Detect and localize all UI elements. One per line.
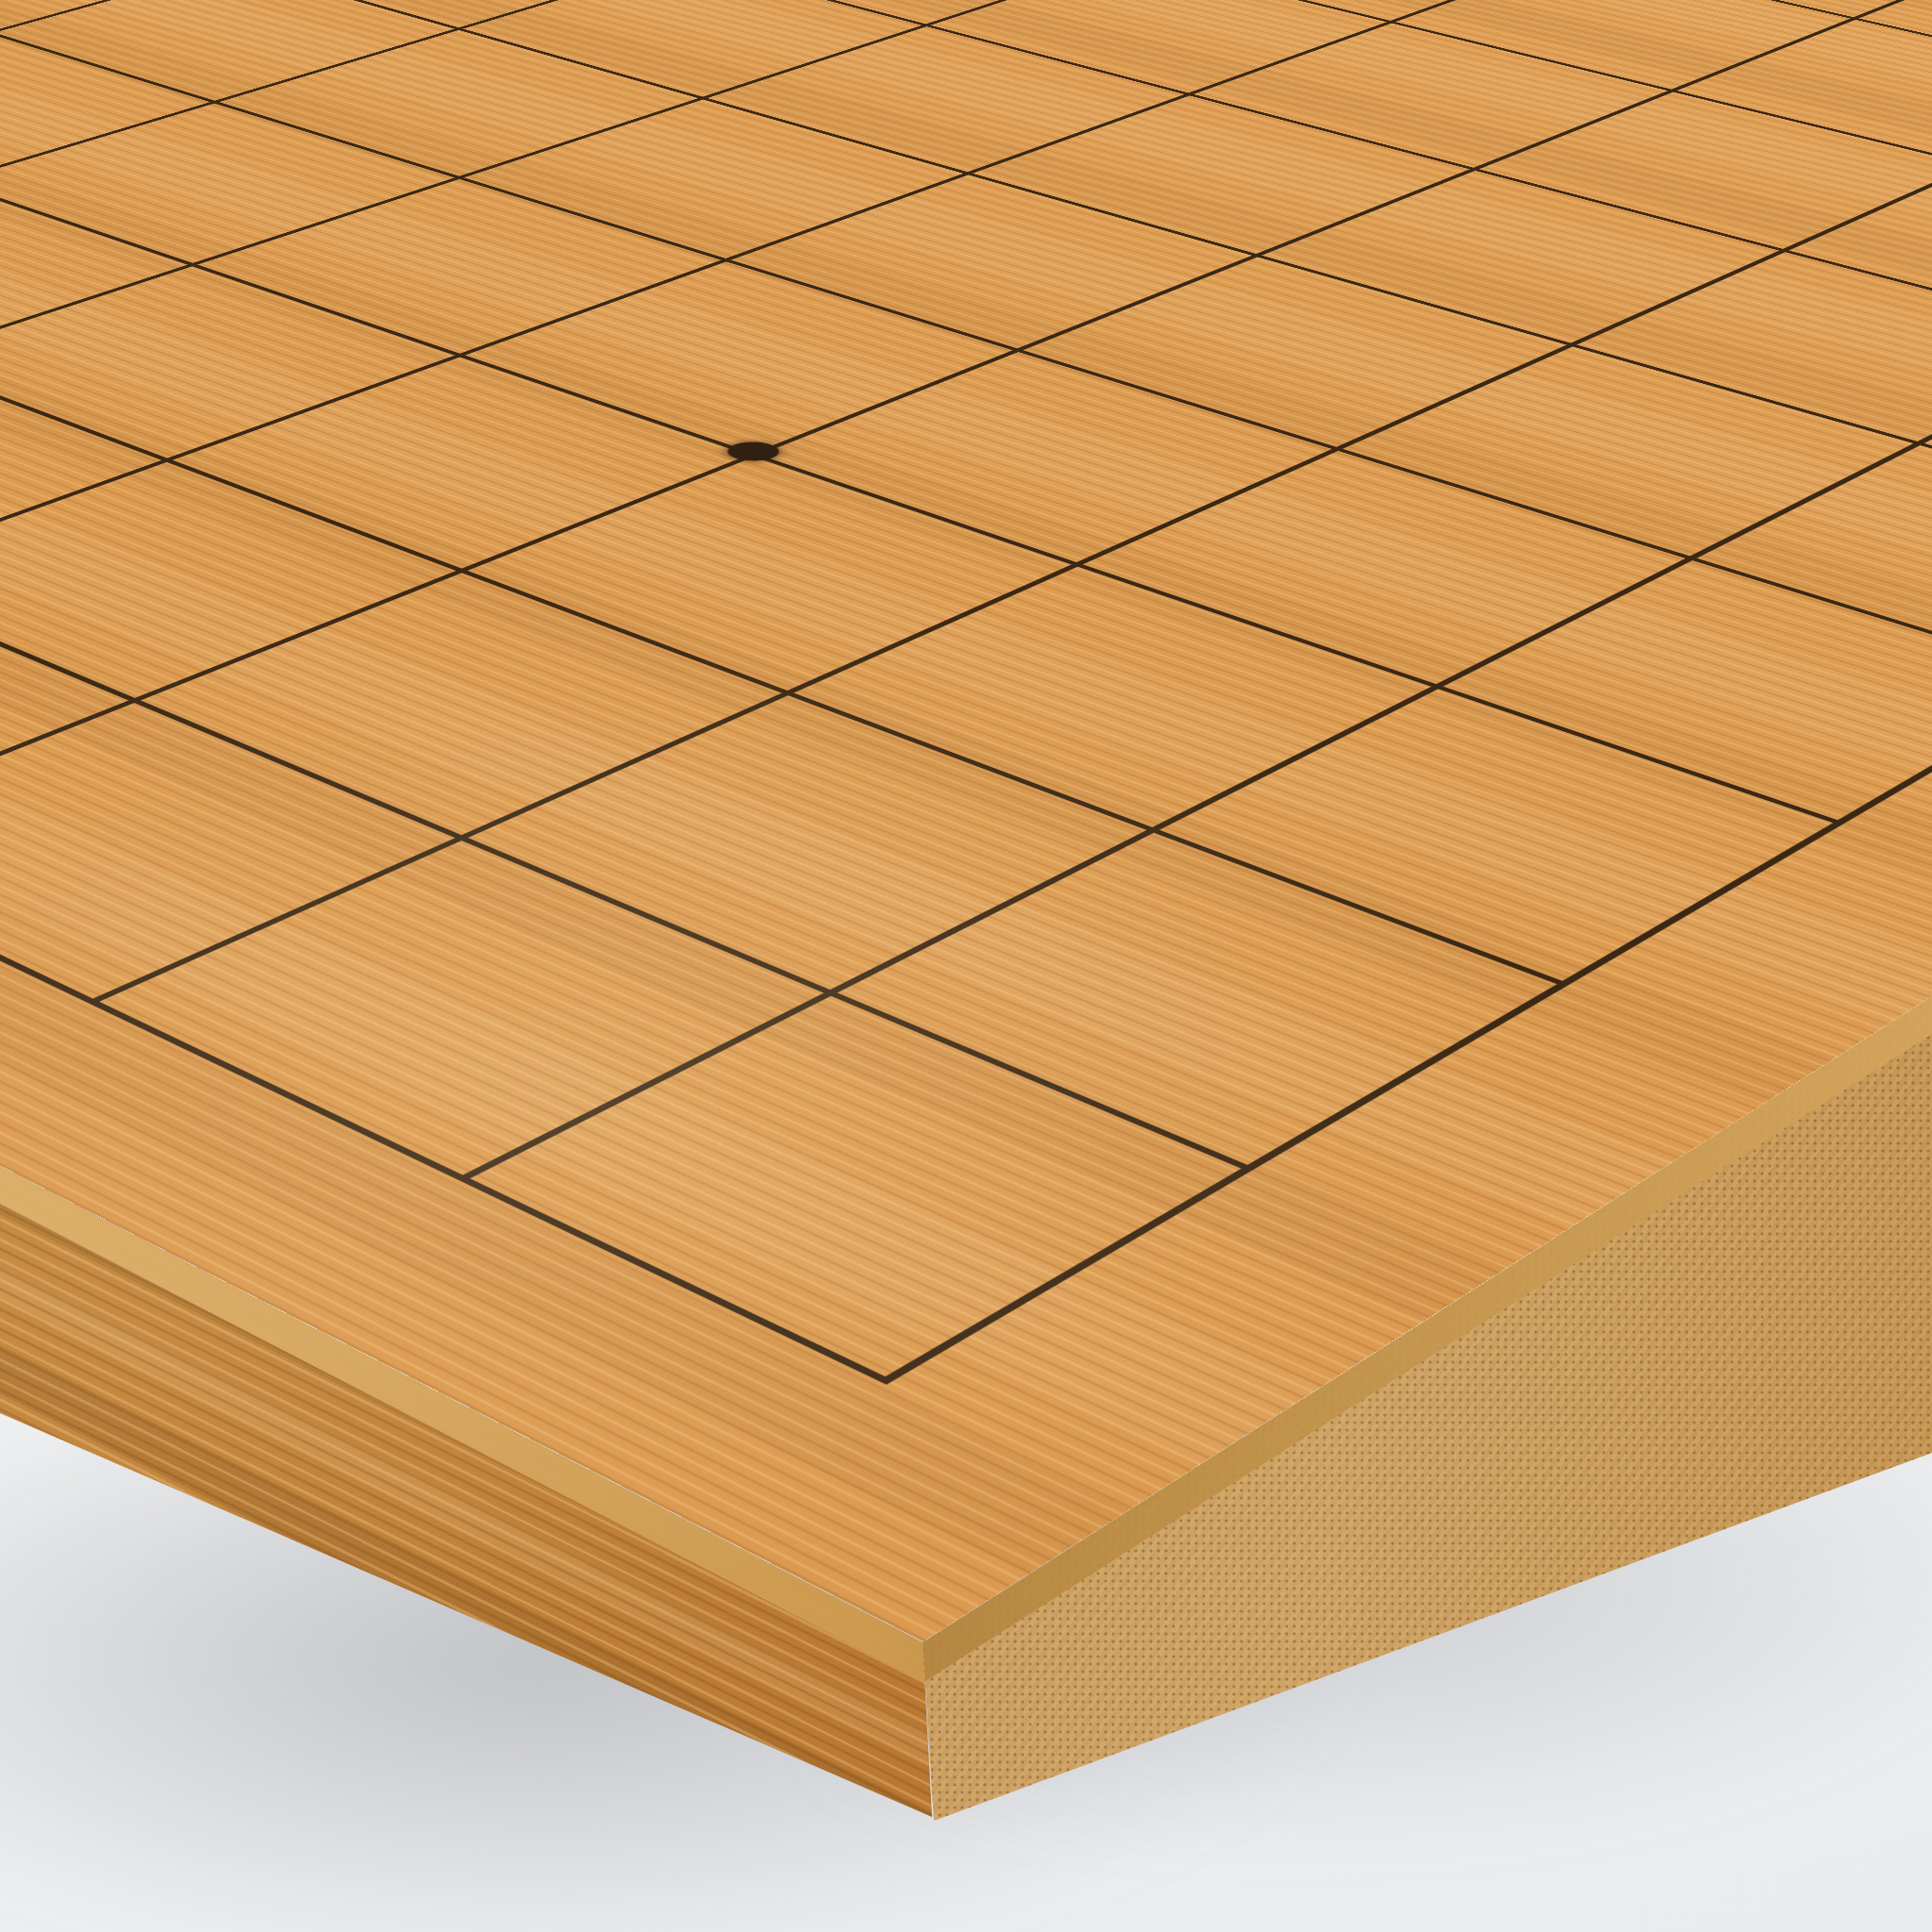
goban-grid (0, 0, 1932, 1385)
goban-top-surface (0, 0, 1932, 1641)
perspective-scene (0, 0, 1932, 1932)
product-photo-stage (0, 0, 1932, 1932)
